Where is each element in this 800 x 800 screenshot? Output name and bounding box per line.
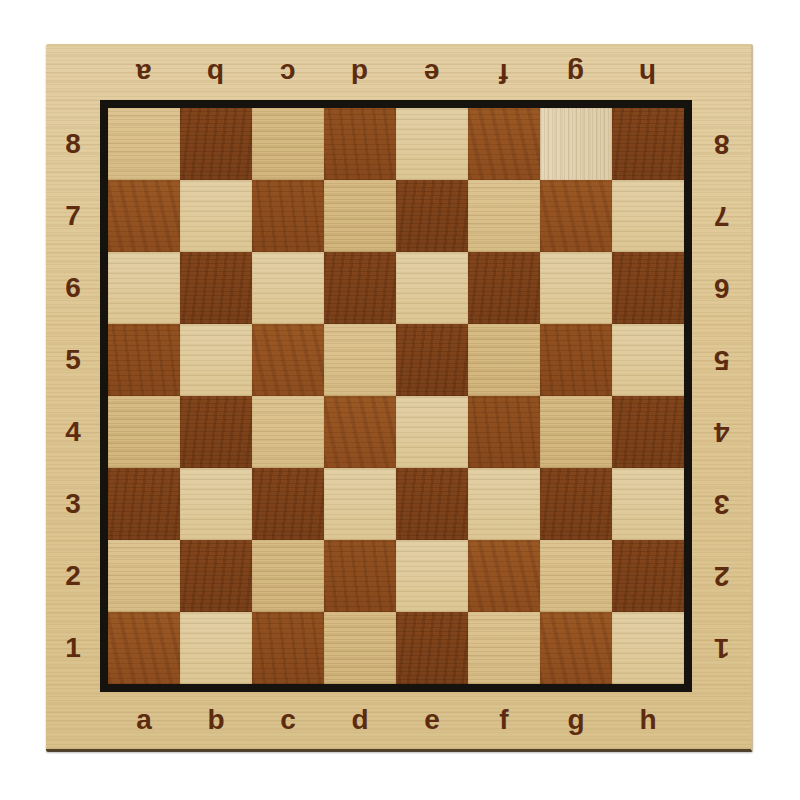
file-label-e: e [396, 48, 468, 98]
square-a7[interactable] [108, 180, 180, 252]
square-d1[interactable] [324, 612, 396, 684]
square-f2[interactable] [468, 540, 540, 612]
square-h4[interactable] [612, 396, 684, 468]
square-c8[interactable] [252, 108, 324, 180]
square-c5[interactable] [252, 324, 324, 396]
rank-label-1: 1 [46, 612, 100, 684]
square-c1[interactable] [252, 612, 324, 684]
file-label-a: a [108, 48, 180, 98]
file-label-c: c [252, 48, 324, 98]
square-a8[interactable] [108, 108, 180, 180]
square-g7[interactable] [540, 180, 612, 252]
file-label-b: b [180, 48, 252, 98]
square-g2[interactable] [540, 540, 612, 612]
file-label-text: c [280, 57, 296, 89]
square-h7[interactable] [612, 180, 684, 252]
board-inner-frame [100, 100, 692, 692]
square-f7[interactable] [468, 180, 540, 252]
square-d8[interactable] [324, 108, 396, 180]
rank-label-text: 6 [714, 272, 730, 304]
square-e4[interactable] [396, 396, 468, 468]
square-g5[interactable] [540, 324, 612, 396]
square-f1[interactable] [468, 612, 540, 684]
square-g6[interactable] [540, 252, 612, 324]
rank-label-text: 8 [714, 128, 730, 160]
rank-label-text: 7 [714, 200, 730, 232]
photo-canvas: abcdefgh abcdefgh 87654321 87654321 [0, 0, 800, 800]
square-a3[interactable] [108, 468, 180, 540]
square-d3[interactable] [324, 468, 396, 540]
file-label-text: d [351, 704, 368, 736]
rank-label-1: 1 [694, 612, 750, 684]
square-h1[interactable] [612, 612, 684, 684]
file-label-text: e [424, 704, 440, 736]
square-h3[interactable] [612, 468, 684, 540]
square-f6[interactable] [468, 252, 540, 324]
rank-label-text: 4 [65, 416, 81, 448]
square-c6[interactable] [252, 252, 324, 324]
rank-label-text: 5 [65, 344, 81, 376]
square-g3[interactable] [540, 468, 612, 540]
square-c7[interactable] [252, 180, 324, 252]
file-label-e: e [396, 694, 468, 746]
square-h8[interactable] [612, 108, 684, 180]
rank-label-3: 3 [694, 468, 750, 540]
square-g4[interactable] [540, 396, 612, 468]
square-g1[interactable] [540, 612, 612, 684]
square-e2[interactable] [396, 540, 468, 612]
rank-label-6: 6 [694, 252, 750, 324]
square-e6[interactable] [396, 252, 468, 324]
rank-label-text: 7 [65, 200, 81, 232]
rank-label-4: 4 [46, 396, 100, 468]
square-e1[interactable] [396, 612, 468, 684]
rank-label-5: 5 [46, 324, 100, 396]
square-f5[interactable] [468, 324, 540, 396]
square-b5[interactable] [180, 324, 252, 396]
file-label-g: g [540, 48, 612, 98]
square-b2[interactable] [180, 540, 252, 612]
squares-grid [108, 108, 684, 684]
square-e8[interactable] [396, 108, 468, 180]
square-e5[interactable] [396, 324, 468, 396]
file-label-f: f [468, 48, 540, 98]
square-a5[interactable] [108, 324, 180, 396]
file-label-text: f [499, 57, 508, 89]
rank-label-text: 1 [65, 632, 81, 664]
rank-label-4: 4 [694, 396, 750, 468]
file-label-h: h [612, 48, 684, 98]
file-label-text: f [499, 704, 508, 736]
rank-label-text: 4 [714, 416, 730, 448]
rank-label-3: 3 [46, 468, 100, 540]
rank-label-6: 6 [46, 252, 100, 324]
rank-label-8: 8 [694, 108, 750, 180]
rank-label-5: 5 [694, 324, 750, 396]
rank-label-text: 5 [714, 344, 730, 376]
square-a4[interactable] [108, 396, 180, 468]
rank-label-text: 2 [714, 560, 730, 592]
square-b8[interactable] [180, 108, 252, 180]
square-d7[interactable] [324, 180, 396, 252]
square-e3[interactable] [396, 468, 468, 540]
chess-board: abcdefgh abcdefgh 87654321 87654321 [46, 44, 753, 752]
square-a6[interactable] [108, 252, 180, 324]
file-label-text: a [136, 704, 152, 736]
rank-label-text: 6 [65, 272, 81, 304]
square-f4[interactable] [468, 396, 540, 468]
rank-label-text: 3 [65, 488, 81, 520]
square-d2[interactable] [324, 540, 396, 612]
square-g8[interactable] [540, 108, 612, 180]
square-h6[interactable] [612, 252, 684, 324]
file-labels-top: abcdefgh [108, 48, 684, 98]
square-e7[interactable] [396, 180, 468, 252]
file-label-f: f [468, 694, 540, 746]
square-a1[interactable] [108, 612, 180, 684]
square-d5[interactable] [324, 324, 396, 396]
file-label-text: h [639, 57, 656, 89]
square-b4[interactable] [180, 396, 252, 468]
rank-label-text: 2 [65, 560, 81, 592]
square-b3[interactable] [180, 468, 252, 540]
square-c3[interactable] [252, 468, 324, 540]
square-c2[interactable] [252, 540, 324, 612]
rank-label-text: 1 [714, 632, 730, 664]
file-label-text: g [567, 704, 584, 736]
rank-label-8: 8 [46, 108, 100, 180]
file-label-a: a [108, 694, 180, 746]
file-label-h: h [612, 694, 684, 746]
file-label-b: b [180, 694, 252, 746]
square-h5[interactable] [612, 324, 684, 396]
square-f3[interactable] [468, 468, 540, 540]
file-label-c: c [252, 694, 324, 746]
file-label-text: c [280, 704, 296, 736]
rank-labels-left: 87654321 [46, 108, 100, 684]
rank-labels-right: 87654321 [694, 108, 750, 684]
file-label-text: g [567, 57, 584, 89]
square-b6[interactable] [180, 252, 252, 324]
square-b7[interactable] [180, 180, 252, 252]
square-d6[interactable] [324, 252, 396, 324]
square-b1[interactable] [180, 612, 252, 684]
file-label-text: d [351, 57, 368, 89]
rank-label-2: 2 [694, 540, 750, 612]
file-labels-bottom: abcdefgh [108, 694, 684, 746]
square-f8[interactable] [468, 108, 540, 180]
file-label-d: d [324, 48, 396, 98]
file-label-text: h [639, 704, 656, 736]
square-c4[interactable] [252, 396, 324, 468]
rank-label-2: 2 [46, 540, 100, 612]
rank-label-7: 7 [694, 180, 750, 252]
square-a2[interactable] [108, 540, 180, 612]
square-h2[interactable] [612, 540, 684, 612]
file-label-g: g [540, 694, 612, 746]
file-label-d: d [324, 694, 396, 746]
rank-label-text: 8 [65, 128, 81, 160]
rank-label-text: 3 [714, 488, 730, 520]
file-label-text: b [207, 704, 224, 736]
file-label-text: b [207, 57, 224, 89]
file-label-text: a [136, 57, 152, 89]
rank-label-7: 7 [46, 180, 100, 252]
square-d4[interactable] [324, 396, 396, 468]
file-label-text: e [424, 57, 440, 89]
